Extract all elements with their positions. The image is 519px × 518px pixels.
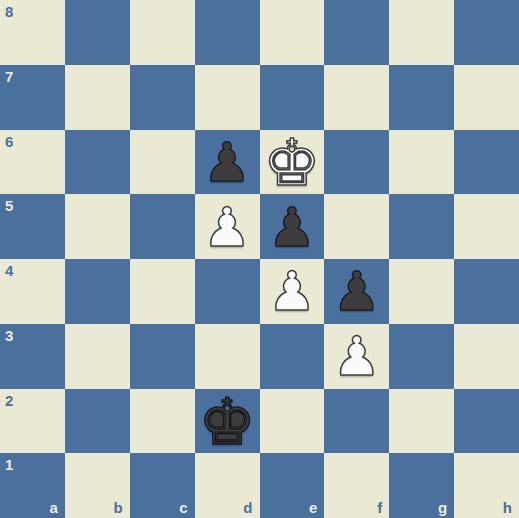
square-c2[interactable] (130, 389, 195, 454)
square-e7[interactable] (260, 65, 325, 130)
black-pawn[interactable]: ♟ (203, 136, 251, 190)
rank-label-5: 5 (5, 198, 13, 213)
white-pawn[interactable]: ♟ (268, 265, 316, 319)
file-label-a: a (50, 500, 58, 515)
square-c1[interactable]: c (130, 453, 195, 518)
square-b8[interactable] (65, 0, 130, 65)
square-h3[interactable] (454, 324, 519, 389)
square-h4[interactable] (454, 259, 519, 324)
square-a4[interactable]: 4 (0, 259, 65, 324)
square-f2[interactable] (324, 389, 389, 454)
square-g4[interactable] (389, 259, 454, 324)
file-label-b: b (114, 500, 123, 515)
square-g5[interactable] (389, 194, 454, 259)
square-f3[interactable]: ♟ (324, 324, 389, 389)
square-f6[interactable] (324, 130, 389, 195)
square-c6[interactable] (130, 130, 195, 195)
square-b5[interactable] (65, 194, 130, 259)
square-e5[interactable]: ♟ (260, 194, 325, 259)
file-label-d: d (243, 500, 252, 515)
square-d2[interactable]: ♚ (195, 389, 260, 454)
square-e1[interactable]: e (260, 453, 325, 518)
black-pawn[interactable]: ♟ (268, 201, 316, 255)
file-label-c: c (179, 500, 187, 515)
square-h7[interactable] (454, 65, 519, 130)
square-c8[interactable] (130, 0, 195, 65)
square-a2[interactable]: 2 (0, 389, 65, 454)
square-a3[interactable]: 3 (0, 324, 65, 389)
square-a5[interactable]: 5 (0, 194, 65, 259)
square-f8[interactable] (324, 0, 389, 65)
square-c3[interactable] (130, 324, 195, 389)
square-d3[interactable] (195, 324, 260, 389)
square-f4[interactable]: ♟ (324, 259, 389, 324)
square-b7[interactable] (65, 65, 130, 130)
white-pawn[interactable]: ♟ (203, 201, 251, 255)
square-d4[interactable] (195, 259, 260, 324)
file-label-g: g (438, 500, 447, 515)
rank-label-2: 2 (5, 393, 13, 408)
square-d8[interactable] (195, 0, 260, 65)
rank-label-1: 1 (5, 457, 13, 472)
square-e3[interactable] (260, 324, 325, 389)
square-h6[interactable] (454, 130, 519, 195)
square-d6[interactable]: ♟ (195, 130, 260, 195)
square-g3[interactable] (389, 324, 454, 389)
square-h1[interactable]: h (454, 453, 519, 518)
square-h8[interactable] (454, 0, 519, 65)
square-c4[interactable] (130, 259, 195, 324)
chess-board: 876♟♚5♟♟4♟♟3♟2♚1abcdefgh (0, 0, 519, 518)
square-e4[interactable]: ♟ (260, 259, 325, 324)
square-f5[interactable] (324, 194, 389, 259)
rank-label-8: 8 (5, 4, 13, 19)
square-g1[interactable]: g (389, 453, 454, 518)
file-label-e: e (309, 500, 317, 515)
square-b3[interactable] (65, 324, 130, 389)
rank-label-7: 7 (5, 69, 13, 84)
file-label-f: f (377, 500, 382, 515)
rank-label-4: 4 (5, 263, 13, 278)
black-king[interactable]: ♚ (198, 390, 255, 454)
square-g8[interactable] (389, 0, 454, 65)
square-g6[interactable] (389, 130, 454, 195)
black-pawn[interactable]: ♟ (333, 265, 381, 319)
file-label-h: h (503, 500, 512, 515)
square-b6[interactable] (65, 130, 130, 195)
square-d7[interactable] (195, 65, 260, 130)
square-h2[interactable] (454, 389, 519, 454)
square-g2[interactable] (389, 389, 454, 454)
square-b1[interactable]: b (65, 453, 130, 518)
square-a8[interactable]: 8 (0, 0, 65, 65)
square-c5[interactable] (130, 194, 195, 259)
square-e6[interactable]: ♚ (260, 130, 325, 195)
square-c7[interactable] (130, 65, 195, 130)
square-e8[interactable] (260, 0, 325, 65)
square-b2[interactable] (65, 389, 130, 454)
square-e2[interactable] (260, 389, 325, 454)
square-a6[interactable]: 6 (0, 130, 65, 195)
chessboard-widget: 876♟♚5♟♟4♟♟3♟2♚1abcdefgh (0, 0, 519, 518)
rank-label-6: 6 (5, 134, 13, 149)
white-pawn[interactable]: ♟ (333, 330, 381, 384)
square-f7[interactable] (324, 65, 389, 130)
rank-label-3: 3 (5, 328, 13, 343)
square-d5[interactable]: ♟ (195, 194, 260, 259)
square-a1[interactable]: 1a (0, 453, 65, 518)
square-b4[interactable] (65, 259, 130, 324)
square-h5[interactable] (454, 194, 519, 259)
square-a7[interactable]: 7 (0, 65, 65, 130)
square-f1[interactable]: f (324, 453, 389, 518)
square-d1[interactable]: d (195, 453, 260, 518)
square-g7[interactable] (389, 65, 454, 130)
white-king[interactable]: ♚ (263, 131, 320, 195)
